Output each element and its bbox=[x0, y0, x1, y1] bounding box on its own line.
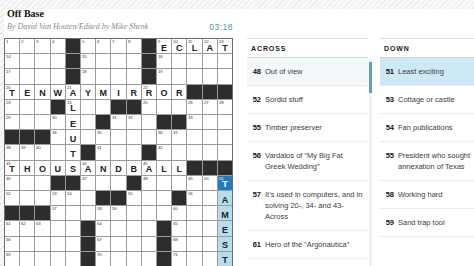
grid-cell-r13c10[interactable] bbox=[142, 221, 156, 235]
grid-cell-r1c13[interactable]: 11L bbox=[187, 39, 201, 53]
grid-cell-r11c6[interactable] bbox=[81, 191, 95, 205]
grid-cell-r6c15[interactable] bbox=[218, 115, 232, 129]
cell-letter: C bbox=[172, 42, 186, 53]
cell-letter: U bbox=[51, 164, 65, 175]
grid-cell-r8c4[interactable] bbox=[51, 145, 65, 159]
crossword-board[interactable]: 123456789E10C11L12A13T14151617181920TENW… bbox=[4, 38, 233, 266]
cell-number: 2 bbox=[21, 39, 23, 43]
grid-cell-r13c8[interactable] bbox=[111, 221, 125, 235]
cell-letter: A bbox=[66, 88, 80, 99]
grid-cell-r7c6[interactable] bbox=[81, 130, 95, 144]
cell-number: 37 bbox=[173, 130, 177, 134]
grid-cell-r11c15[interactable]: A bbox=[218, 191, 232, 205]
across-clue-list: 48Out of view52Sordid stuff55Timber pres… bbox=[247, 58, 368, 259]
grid-cell-r3c2[interactable] bbox=[20, 69, 34, 83]
grid-cell-r4c11[interactable]: O bbox=[157, 85, 171, 99]
cell-letter: O bbox=[157, 88, 171, 99]
grid-cell-r4c6[interactable]: Y bbox=[81, 85, 95, 99]
grid-cell-r14c13[interactable] bbox=[187, 237, 201, 251]
grid-cell-r5c4 bbox=[51, 100, 65, 114]
cell-number: 6 bbox=[97, 39, 99, 43]
grid-cell-r1c5 bbox=[66, 39, 80, 53]
grid-cell-r10c12[interactable] bbox=[172, 176, 186, 190]
grid-cell-r3c9[interactable] bbox=[127, 69, 141, 83]
grid-cell-r6c12 bbox=[172, 115, 186, 129]
grid-cell-r3c14[interactable] bbox=[203, 69, 217, 83]
grid-cell-r2c9[interactable] bbox=[127, 54, 141, 68]
grid-cell-r5c3[interactable] bbox=[35, 100, 49, 114]
cell-number: 16 bbox=[158, 54, 162, 58]
grid-cell-r2c10 bbox=[142, 54, 156, 68]
grid-cell-r9c6[interactable]: 44A bbox=[81, 161, 95, 175]
grid-cell-r1c6[interactable]: 5 bbox=[81, 39, 95, 53]
grid-cell-r2c15[interactable] bbox=[218, 54, 232, 68]
grid-cell-r3c3[interactable] bbox=[35, 69, 49, 83]
grid-cell-r15c8[interactable] bbox=[111, 252, 125, 266]
cell-number: 69 bbox=[6, 252, 10, 256]
grid-cell-r12c12[interactable]: 60 bbox=[172, 206, 186, 220]
cell-letter: M bbox=[218, 209, 232, 220]
across-clue-52[interactable]: 52Sordid stuff bbox=[247, 86, 368, 114]
grid-cell-r2c7[interactable] bbox=[96, 54, 110, 68]
grid-cell-r14c14[interactable] bbox=[203, 237, 217, 251]
cell-letter: T bbox=[218, 255, 232, 266]
grid-cell-r14c1[interactable]: 66 bbox=[5, 237, 19, 251]
cell-number: 64 bbox=[97, 221, 101, 225]
down-clue-55[interactable]: 55President who sought annexation of Tex… bbox=[380, 142, 474, 181]
across-header: ACROSS bbox=[247, 38, 368, 58]
grid-cell-r7c2 bbox=[20, 130, 34, 144]
grid-cell-r14c7[interactable]: 67 bbox=[96, 237, 110, 251]
cell-number: 70 bbox=[97, 252, 101, 256]
cell-number: 60 bbox=[173, 206, 177, 210]
grid-cell-r11c1[interactable]: 52 bbox=[5, 191, 19, 205]
grid-cell-r12c11[interactable] bbox=[157, 206, 171, 220]
grid-cell-r11c5[interactable]: 54 bbox=[66, 191, 80, 205]
grid-cell-r15c15[interactable]: T bbox=[218, 252, 232, 266]
grid-cell-r5c14[interactable]: 27 bbox=[203, 100, 217, 114]
clue-number: 55 bbox=[380, 150, 398, 172]
grid-cell-r2c12[interactable] bbox=[172, 54, 186, 68]
grid-cell-r4c5[interactable]: 21A bbox=[66, 85, 80, 99]
grid-cell-r15c13[interactable] bbox=[187, 252, 201, 266]
cell-number: 32 bbox=[128, 115, 132, 119]
clue-number: 57 bbox=[247, 189, 265, 222]
clue-number: 52 bbox=[247, 94, 265, 105]
clue-number: 51 bbox=[380, 66, 398, 77]
grid-cell-r1c15[interactable]: 13T bbox=[218, 39, 232, 53]
cell-number: 28 bbox=[219, 100, 223, 104]
grid-cell-r8c9[interactable] bbox=[127, 145, 141, 159]
cell-number: 18 bbox=[82, 69, 86, 73]
grid-cell-r15c2[interactable] bbox=[20, 252, 34, 266]
grid-cell-r12c10[interactable] bbox=[142, 206, 156, 220]
across-panel: ACROSS 48Out of view52Sordid stuff55Timb… bbox=[247, 38, 368, 259]
grid-cell-r1c7[interactable]: 6 bbox=[96, 39, 110, 53]
down-clue-58[interactable]: 58Working hard bbox=[380, 181, 474, 209]
cell-number: 39 bbox=[21, 145, 25, 149]
grid-cell-r3c13[interactable] bbox=[187, 69, 201, 83]
grid-cell-r7c5[interactable]: U bbox=[66, 130, 80, 144]
grid-cell-r9c2[interactable]: H bbox=[20, 161, 34, 175]
grid-cell-r2c6[interactable]: 15 bbox=[81, 54, 95, 68]
grid-cell-r4c14 bbox=[203, 85, 217, 99]
grid-cell-r7c10[interactable] bbox=[142, 130, 156, 144]
grid-cell-r8c3[interactable]: 40 bbox=[35, 145, 49, 159]
cell-number: 19 bbox=[158, 69, 162, 73]
cell-letter: S bbox=[66, 164, 80, 175]
grid-cell-r7c14[interactable] bbox=[203, 130, 217, 144]
across-scrollbar-thumb[interactable] bbox=[369, 62, 372, 93]
grid-cell-r5c7[interactable] bbox=[96, 100, 110, 114]
grid-cell-r1c3[interactable]: 3 bbox=[35, 39, 49, 53]
grid-cell-r11c13[interactable]: 56 bbox=[187, 191, 201, 205]
grid-cell-r8c8[interactable] bbox=[111, 145, 125, 159]
page-texture-top bbox=[0, 0, 474, 9]
cell-number: 67 bbox=[97, 237, 101, 241]
grid-cell-r9c3[interactable]: O bbox=[35, 161, 49, 175]
grid-cell-r6c13[interactable]: 33 bbox=[187, 115, 201, 129]
grid-cell-r11c14[interactable] bbox=[203, 191, 217, 205]
grid-cell-r10c6[interactable]: 47 bbox=[81, 176, 95, 190]
cell-letter: R bbox=[127, 88, 141, 99]
grid-cell-r6c11 bbox=[157, 115, 171, 129]
grid-cell-r4c1[interactable]: 20T bbox=[5, 85, 19, 99]
cell-number: 53 bbox=[52, 191, 56, 195]
grid-cell-r4c12[interactable]: R bbox=[172, 85, 186, 99]
grid-cell-r7c13[interactable] bbox=[187, 130, 201, 144]
grid-cell-r7c7[interactable]: 35 bbox=[96, 130, 110, 144]
grid-cell-r14c2[interactable] bbox=[20, 237, 34, 251]
grid-cell-r1c2[interactable]: 2 bbox=[20, 39, 34, 53]
grid-cell-r1c9[interactable]: 8 bbox=[127, 39, 141, 53]
grid-cell-r12c8[interactable]: 59 bbox=[111, 206, 125, 220]
cell-letter: R bbox=[172, 88, 186, 99]
clue-text: Sand trap tool bbox=[398, 217, 471, 228]
cell-number: 55 bbox=[128, 191, 132, 195]
grid-cell-r13c2[interactable]: 62 bbox=[20, 221, 34, 235]
grid-cell-r6c8[interactable]: 31 bbox=[111, 115, 125, 129]
grid-cell-r7c11[interactable]: 36 bbox=[157, 130, 171, 144]
across-clue-55[interactable]: 55Timber preserver bbox=[247, 114, 368, 142]
grid-cell-r9c10[interactable]: 45A bbox=[142, 161, 156, 175]
grid-cell-r13c5[interactable] bbox=[66, 221, 80, 235]
grid-cell-r12c5[interactable] bbox=[66, 206, 80, 220]
grid-cell-r4c8[interactable]: I bbox=[111, 85, 125, 99]
grid-cell-r8c6 bbox=[81, 145, 95, 159]
grid-cell-r1c4[interactable]: 4 bbox=[51, 39, 65, 53]
cell-number: 29 bbox=[6, 115, 10, 119]
grid-cell-r10c14[interactable]: 50 bbox=[203, 176, 217, 190]
grid-cell-r5c15[interactable]: 28 bbox=[218, 100, 232, 114]
grid-cell-r7c4[interactable]: 34 bbox=[51, 130, 65, 144]
clue-number: 48 bbox=[247, 66, 265, 77]
grid-cell-r10c13[interactable]: 49 bbox=[187, 176, 201, 190]
grid-cell-r2c11[interactable]: 16 bbox=[157, 54, 171, 68]
grid-cell-r11c3[interactable] bbox=[35, 191, 49, 205]
grid-cell-r4c4[interactable]: W bbox=[51, 85, 65, 99]
grid-cell-r7c15[interactable] bbox=[218, 130, 232, 144]
grid-cell-r5c10[interactable]: 25 bbox=[142, 100, 156, 114]
grid-cell-r7c3 bbox=[35, 130, 49, 144]
grid-cell-r7c12[interactable]: 37 bbox=[172, 130, 186, 144]
grid-cell-r14c5[interactable] bbox=[66, 237, 80, 251]
cell-letter: L bbox=[172, 164, 186, 175]
grid-cell-r2c8[interactable] bbox=[111, 54, 125, 68]
cell-number: 52 bbox=[6, 191, 10, 195]
cell-number: 42 bbox=[158, 145, 162, 149]
grid-cell-r6c2[interactable] bbox=[20, 115, 34, 129]
grid-cell-r14c3[interactable] bbox=[35, 237, 49, 251]
grid-cell-r4c2[interactable]: E bbox=[20, 85, 34, 99]
clue-number: 61 bbox=[247, 239, 265, 250]
grid-cell-r4c15 bbox=[218, 85, 232, 99]
down-clue-53[interactable]: 53Cottage or castle bbox=[380, 86, 474, 114]
cell-number: 14 bbox=[6, 54, 10, 58]
grid-cell-r15c4[interactable] bbox=[51, 252, 65, 266]
grid-cell-r14c11 bbox=[157, 237, 171, 251]
cell-number: 50 bbox=[204, 176, 208, 180]
grid-cell-r8c13[interactable] bbox=[187, 145, 201, 159]
grid-cell-r13c14[interactable] bbox=[203, 221, 217, 235]
grid-cell-r6c4[interactable]: 30 bbox=[51, 115, 65, 129]
grid-cell-r5c13[interactable]: 26 bbox=[187, 100, 201, 114]
cell-number: 27 bbox=[204, 100, 208, 104]
cell-letter: Y bbox=[81, 88, 95, 99]
grid-cell-r10c1[interactable]: 46 bbox=[5, 176, 19, 190]
grid-cell-r3c7[interactable] bbox=[96, 69, 110, 83]
cell-number: 63 bbox=[36, 221, 40, 225]
across-clue-57[interactable]: 57It’s used in computers, and in solving… bbox=[247, 181, 368, 231]
grid-cell-r10c15[interactable]: 51T bbox=[218, 176, 232, 190]
grid-cell-r12c13[interactable] bbox=[187, 206, 201, 220]
clue-number: 58 bbox=[380, 189, 398, 200]
grid-cell-r9c5[interactable]: S bbox=[66, 161, 80, 175]
grid-cell-r13c4[interactable] bbox=[51, 221, 65, 235]
grid-cell-r2c2[interactable] bbox=[20, 54, 34, 68]
grid-cell-r6c14[interactable] bbox=[203, 115, 217, 129]
grid-cell-r8c14[interactable] bbox=[203, 145, 217, 159]
cell-number: 3 bbox=[36, 39, 38, 43]
grid-cell-r11c11[interactable] bbox=[157, 191, 171, 205]
grid-cell-r14c15[interactable]: S bbox=[218, 237, 232, 251]
grid-cell-r1c11[interactable]: 9E bbox=[157, 39, 171, 53]
grid-cell-r8c15[interactable] bbox=[218, 145, 232, 159]
grid-cell-r9c9[interactable]: B bbox=[127, 161, 141, 175]
grid-cell-r8c7[interactable]: 41 bbox=[96, 145, 110, 159]
cell-letter: T bbox=[5, 88, 19, 99]
grid-cell-r3c11[interactable]: 19 bbox=[157, 69, 171, 83]
grid-cell-r12c4[interactable]: 57 bbox=[51, 206, 65, 220]
clue-text: Working hard bbox=[398, 189, 471, 200]
grid-cell-r1c12[interactable]: 10C bbox=[172, 39, 186, 53]
grid-cell-r5c12[interactable] bbox=[172, 100, 186, 114]
grid-cell-r7c9[interactable] bbox=[127, 130, 141, 144]
across-clue-61[interactable]: 61Hero of the “Argonautica” bbox=[247, 231, 368, 259]
cell-letter: A bbox=[203, 42, 217, 53]
grid-cell-r15c14[interactable] bbox=[203, 252, 217, 266]
cell-number: 25 bbox=[143, 100, 147, 104]
grid-cell-r9c4[interactable]: U bbox=[51, 161, 65, 175]
grid-cell-r3c15[interactable] bbox=[218, 69, 232, 83]
grid-cell-r8c5[interactable]: T bbox=[66, 145, 80, 159]
grid-cell-r13c13[interactable] bbox=[187, 221, 201, 235]
grid-cell-r12c15[interactable]: M bbox=[218, 206, 232, 220]
grid-cell-r11c4[interactable]: 53 bbox=[51, 191, 65, 205]
grid-cell-r1c14[interactable]: 12A bbox=[203, 39, 217, 53]
cell-letter: A bbox=[218, 194, 232, 205]
cell-number: 5 bbox=[82, 39, 84, 43]
grid-cell-r7c8[interactable] bbox=[111, 130, 125, 144]
grid-cell-r14c8[interactable] bbox=[111, 237, 125, 251]
grid-cell-r3c1[interactable]: 17 bbox=[5, 69, 19, 83]
cell-number: 38 bbox=[6, 145, 10, 149]
clue-text: Hero of the “Argonautica” bbox=[265, 239, 365, 250]
cell-number: 17 bbox=[6, 69, 10, 73]
grid-cell-r5c11[interactable] bbox=[157, 100, 171, 114]
grid-cell-r13c11 bbox=[157, 221, 171, 235]
cell-letter: E bbox=[157, 42, 171, 53]
grid-cell-r15c10[interactable] bbox=[142, 252, 156, 266]
grid-cell-r15c12[interactable]: 71 bbox=[172, 252, 186, 266]
cell-number: 35 bbox=[97, 130, 101, 134]
grid-cell-r1c8[interactable]: 7 bbox=[111, 39, 125, 53]
cell-number: 47 bbox=[82, 176, 86, 180]
cell-number: 31 bbox=[112, 115, 116, 119]
grid-cell-r15c9[interactable] bbox=[127, 252, 141, 266]
grid-cell-r9c12[interactable]: L bbox=[172, 161, 186, 175]
cell-number: 49 bbox=[188, 176, 192, 180]
grid-cell-r7c1 bbox=[5, 130, 19, 144]
timer[interactable]: 03:18 bbox=[196, 22, 233, 32]
grid-cell-r9c1[interactable]: 43T bbox=[5, 161, 19, 175]
grid-cell-r6c5[interactable]: E bbox=[66, 115, 80, 129]
across-scrollbar[interactable] bbox=[369, 59, 372, 266]
clue-text: Out of view bbox=[265, 66, 365, 77]
cell-letter: U bbox=[66, 133, 80, 144]
grid-cell-r9c7[interactable]: N bbox=[96, 161, 110, 175]
grid-cell-r2c1[interactable]: 14 bbox=[5, 54, 19, 68]
grid-cell-r10c7[interactable] bbox=[96, 176, 110, 190]
grid-cell-r10c10[interactable]: 48 bbox=[142, 176, 156, 190]
grid-cell-r9c11[interactable]: L bbox=[157, 161, 171, 175]
grid-cell-r13c3[interactable]: 63 bbox=[35, 221, 49, 235]
grid-cell-r2c13[interactable] bbox=[187, 54, 201, 68]
down-clue-54[interactable]: 54Fan publications bbox=[380, 114, 474, 142]
down-clue-59[interactable]: 59Sand trap tool bbox=[380, 209, 474, 237]
grid-cell-r13c7[interactable]: 64 bbox=[96, 221, 110, 235]
grid-cell-r4c10[interactable]: 22R bbox=[142, 85, 156, 99]
grid-cell-r6c3[interactable] bbox=[35, 115, 49, 129]
cell-letter: A bbox=[142, 164, 156, 175]
down-clue-51[interactable]: 51Least exciting bbox=[380, 58, 474, 86]
grid-cell-r11c10[interactable] bbox=[142, 191, 156, 205]
grid-cell-r13c15[interactable]: E bbox=[218, 221, 232, 235]
grid-cell-r3c4[interactable] bbox=[51, 69, 65, 83]
cell-number: 23 bbox=[6, 100, 10, 104]
cell-letter: E bbox=[66, 118, 80, 129]
grid-cell-r14c9[interactable] bbox=[127, 237, 141, 251]
grid-cell-r11c2[interactable] bbox=[20, 191, 34, 205]
cell-number: 54 bbox=[67, 191, 71, 195]
grid-cell-r13c9[interactable] bbox=[127, 221, 141, 235]
grid-cell-r15c1[interactable]: 69 bbox=[5, 252, 19, 266]
grid-cell-r12c14[interactable] bbox=[203, 206, 217, 220]
across-clue-48[interactable]: 48Out of view bbox=[247, 58, 368, 86]
grid-cell-r2c3[interactable] bbox=[35, 54, 49, 68]
grid-cell-r13c1[interactable]: 61 bbox=[5, 221, 19, 235]
cell-number: 4 bbox=[52, 39, 54, 43]
grid-cell-r14c4[interactable] bbox=[51, 237, 65, 251]
grid-cell-r3c12[interactable] bbox=[172, 69, 186, 83]
grid-cell-r14c10[interactable] bbox=[142, 237, 156, 251]
grid-cell-r8c12[interactable] bbox=[172, 145, 186, 159]
grid-cell-r4c7[interactable]: M bbox=[96, 85, 110, 99]
grid-cell-r6c6[interactable] bbox=[81, 115, 95, 129]
grid-cell-r1c1[interactable]: 1 bbox=[5, 39, 19, 53]
grid-cell-r10c8[interactable] bbox=[111, 176, 125, 190]
grid-cell-r12c7[interactable]: 58 bbox=[96, 206, 110, 220]
grid-cell-r15c3[interactable] bbox=[35, 252, 49, 266]
grid-cell-r1c10 bbox=[142, 39, 156, 53]
grid-cell-r3c8[interactable] bbox=[111, 69, 125, 83]
clue-text: It’s used in computers, and in solving 2… bbox=[265, 189, 365, 222]
grid-cell-r5c6[interactable] bbox=[81, 100, 95, 114]
cell-letter: N bbox=[35, 88, 49, 99]
grid-cell-r8c10 bbox=[142, 145, 156, 159]
grid-cell-r14c6 bbox=[81, 237, 95, 251]
grid-cell-r8c2[interactable]: 39 bbox=[20, 145, 34, 159]
cell-number: 8 bbox=[128, 39, 130, 43]
grid-cell-r3c6[interactable]: 18 bbox=[81, 69, 95, 83]
grid-cell-r4c9[interactable]: R bbox=[127, 85, 141, 99]
grid-cell-r15c7[interactable]: 70 bbox=[96, 252, 110, 266]
across-clue-56[interactable]: 56Vardalos of “My Big Fat Greek Wedding” bbox=[247, 142, 368, 181]
grid-cell-r5c5[interactable]: 24L bbox=[66, 100, 80, 114]
grid-cell-r9c8[interactable]: D bbox=[111, 161, 125, 175]
grid-cell-r14c12[interactable]: 68 bbox=[172, 237, 186, 251]
grid-cell-r12c6[interactable] bbox=[81, 206, 95, 220]
grid-cell-r8c11[interactable]: 42 bbox=[157, 145, 171, 159]
cell-number: 48 bbox=[143, 176, 147, 180]
grid-cell-r5c2[interactable] bbox=[20, 100, 34, 114]
clue-text: President who sought annexation of Texas bbox=[398, 150, 471, 172]
grid-cell-r6c10[interactable] bbox=[142, 115, 156, 129]
grid-cell-r12c9[interactable] bbox=[127, 206, 141, 220]
grid-cell-r8c1[interactable]: 38 bbox=[5, 145, 19, 159]
cell-number: 61 bbox=[6, 221, 10, 225]
grid-cell-r9c13 bbox=[187, 161, 201, 175]
grid-cell-r2c14[interactable] bbox=[203, 54, 217, 68]
clue-number: 59 bbox=[380, 217, 398, 228]
cell-number: 66 bbox=[6, 237, 10, 241]
grid-cell-r10c11[interactable] bbox=[157, 176, 171, 190]
grid-cell-r4c3[interactable]: N bbox=[35, 85, 49, 99]
clue-text: Fan publications bbox=[398, 122, 471, 133]
grid-cell-r13c12[interactable]: 65 bbox=[172, 221, 186, 235]
grid-cell-r10c3[interactable] bbox=[35, 176, 49, 190]
grid-cell-r6c1[interactable]: 29 bbox=[5, 115, 19, 129]
grid-cell-r6c9[interactable]: 32 bbox=[127, 115, 141, 129]
cell-number: 62 bbox=[21, 221, 25, 225]
grid-cell-r5c1[interactable]: 23 bbox=[5, 100, 19, 114]
grid-cell-r2c4[interactable] bbox=[51, 54, 65, 68]
grid-cell-r3c5 bbox=[66, 69, 80, 83]
grid-cell-r11c9[interactable]: 55 bbox=[127, 191, 141, 205]
grid-cell-r10c2[interactable] bbox=[20, 176, 34, 190]
grid-cell-r15c5[interactable] bbox=[66, 252, 80, 266]
cell-number: 46 bbox=[6, 176, 10, 180]
